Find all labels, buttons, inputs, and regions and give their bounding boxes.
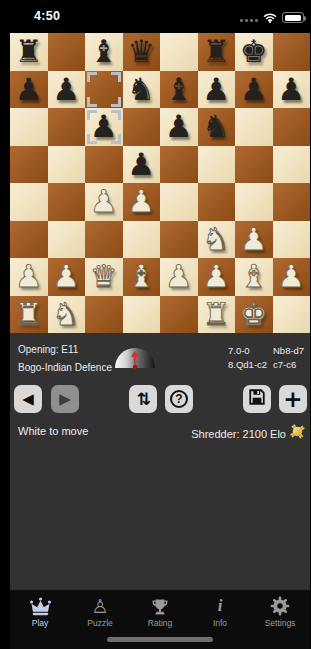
- square-g1[interactable]: ♚: [235, 296, 273, 334]
- square-e5[interactable]: [160, 146, 198, 184]
- cellular-signal-icon: [240, 13, 258, 23]
- forward-button[interactable]: ▶: [51, 385, 79, 413]
- battery-icon: [282, 12, 304, 23]
- tab-play[interactable]: Play: [10, 590, 70, 628]
- turn-indicator: White to move: [18, 425, 88, 437]
- square-g4[interactable]: [235, 183, 273, 221]
- gear-icon: [270, 596, 290, 616]
- piece-white-pawn[interactable]: ♟: [240, 221, 268, 258]
- square-h3[interactable]: [273, 221, 311, 259]
- square-h2[interactable]: ♟: [273, 258, 311, 296]
- square-g5[interactable]: [235, 146, 273, 184]
- square-a8[interactable]: ♜: [10, 33, 48, 71]
- square-d5[interactable]: ♟: [123, 146, 161, 184]
- last-move-highlight: [87, 72, 122, 107]
- square-d7[interactable]: ♞: [123, 71, 161, 109]
- square-b3[interactable]: [48, 221, 86, 259]
- right-arrow-icon: ▶: [59, 385, 71, 413]
- square-h1[interactable]: [273, 296, 311, 334]
- square-b4[interactable]: [48, 183, 86, 221]
- piece-white-knight[interactable]: ♞: [202, 221, 230, 258]
- plus-icon: +: [283, 386, 302, 412]
- square-b6[interactable]: [48, 108, 86, 146]
- piece-black-knight[interactable]: ♞: [202, 108, 230, 145]
- square-e3[interactable]: [160, 221, 198, 259]
- piece-black-pawn[interactable]: ♟: [240, 71, 268, 108]
- piece-white-knight[interactable]: ♞: [52, 296, 80, 333]
- phone-screen: 4:50 ♜♝♛♜♚♟♟♞♝♟♟♟♟♟♞♟♟♟♞♟♟♟♛♝♟♟♝♟♜♞♜♚ Op…: [10, 0, 310, 649]
- piece-black-pawn[interactable]: ♟: [277, 71, 305, 108]
- save-button[interactable]: [243, 385, 271, 413]
- trophy-icon: [150, 596, 170, 616]
- tab-label: Rating: [148, 618, 173, 628]
- info-icon: i: [218, 596, 223, 616]
- pawn-icon: ♙: [91, 596, 108, 616]
- piece-black-bishop[interactable]: ♝: [165, 71, 193, 108]
- square-c5[interactable]: [85, 146, 123, 184]
- clock: 4:50: [34, 9, 60, 23]
- square-e6[interactable]: ♟: [160, 108, 198, 146]
- square-f2[interactable]: ♟: [198, 258, 236, 296]
- new-game-button[interactable]: +: [279, 385, 307, 413]
- square-b1[interactable]: ♞: [48, 296, 86, 334]
- square-e2[interactable]: ♟: [160, 258, 198, 296]
- square-c3[interactable]: [85, 221, 123, 259]
- square-c6[interactable]: ♟: [85, 108, 123, 146]
- piece-white-pawn[interactable]: ♟: [277, 258, 305, 295]
- square-g8[interactable]: ♚: [235, 33, 273, 71]
- square-h8[interactable]: [273, 33, 311, 71]
- piece-white-pawn[interactable]: ♟: [90, 183, 118, 220]
- square-b8[interactable]: [48, 33, 86, 71]
- square-h7[interactable]: ♟: [273, 71, 311, 109]
- piece-black-rook[interactable]: ♜: [202, 33, 230, 70]
- floppy-disk-icon: [248, 388, 266, 410]
- piece-white-rook[interactable]: ♜: [15, 296, 43, 333]
- square-c1[interactable]: [85, 296, 123, 334]
- piece-black-king[interactable]: ♚: [240, 33, 268, 70]
- move-white: 7.0-0: [228, 344, 273, 357]
- square-d8[interactable]: ♛: [123, 33, 161, 71]
- evaluation-meter: [115, 348, 155, 368]
- piece-white-pawn[interactable]: ♟: [165, 258, 193, 295]
- square-b5[interactable]: [48, 146, 86, 184]
- wifi-icon: [263, 9, 277, 27]
- square-f1[interactable]: ♜: [198, 296, 236, 334]
- tab-label: Play: [32, 618, 49, 628]
- needle-pivot: [133, 365, 138, 370]
- square-e4[interactable]: [160, 183, 198, 221]
- square-g7[interactable]: ♟: [235, 71, 273, 109]
- crown-icon: [29, 596, 52, 616]
- piece-white-bishop[interactable]: ♝: [240, 258, 268, 295]
- square-c4[interactable]: ♟: [85, 183, 123, 221]
- piece-black-queen[interactable]: ♛: [127, 33, 155, 70]
- square-a3[interactable]: [10, 221, 48, 259]
- piece-black-pawn[interactable]: ♟: [15, 71, 43, 108]
- move-black: Nb8-d7: [273, 344, 304, 357]
- flip-sides-button[interactable]: ⇅: [129, 385, 157, 413]
- control-panel: Opening: E11 Bogo-Indian Defence 7.0-0Nb…: [10, 333, 310, 590]
- piece-black-bishop[interactable]: ♝: [90, 33, 118, 70]
- tab-label: Info: [213, 618, 227, 628]
- square-d3[interactable]: [123, 221, 161, 259]
- tab-label: Settings: [265, 618, 296, 628]
- square-d6[interactable]: [123, 108, 161, 146]
- left-arrow-icon: ◀: [22, 385, 34, 413]
- piece-white-pawn[interactable]: ♟: [52, 258, 80, 295]
- square-e7[interactable]: ♝: [160, 71, 198, 109]
- tab-label: Puzzle: [87, 618, 113, 628]
- square-h4[interactable]: [273, 183, 311, 221]
- square-d2[interactable]: ♝: [123, 258, 161, 296]
- up-down-arrows-icon: ⇅: [136, 389, 149, 409]
- tab-puzzle[interactable]: ♙Puzzle: [70, 590, 130, 628]
- opening-code: Opening: E11: [18, 343, 112, 356]
- square-d4[interactable]: ♟: [123, 183, 161, 221]
- square-f6[interactable]: ♞: [198, 108, 236, 146]
- square-g3[interactable]: ♟: [235, 221, 273, 259]
- home-indicator[interactable]: [107, 637, 213, 642]
- move-white: 8.Qd1-c2: [228, 358, 273, 371]
- piece-white-queen[interactable]: ♛: [90, 258, 118, 295]
- square-h6[interactable]: [273, 108, 311, 146]
- square-g6[interactable]: [235, 108, 273, 146]
- square-f5[interactable]: [198, 146, 236, 184]
- status-bar: 4:50: [10, 0, 310, 33]
- tab-rating[interactable]: Rating: [130, 590, 190, 628]
- piece-white-pawn[interactable]: ♟: [15, 258, 43, 295]
- square-a1[interactable]: ♜: [10, 296, 48, 334]
- square-a6[interactable]: [10, 108, 48, 146]
- square-a7[interactable]: ♟: [10, 71, 48, 109]
- piece-black-rook[interactable]: ♜: [15, 33, 43, 70]
- button-row: ◀▶⇅?+: [10, 385, 310, 413]
- chess-board: ♜♝♛♜♚♟♟♞♝♟♟♟♟♟♞♟♟♟♞♟♟♟♛♝♟♟♝♟♜♞♜♚: [10, 33, 310, 333]
- move-list: 7.0-0Nb8-d78.Qd1-c2c7-c6: [228, 344, 304, 371]
- square-f8[interactable]: ♜: [198, 33, 236, 71]
- square-d1[interactable]: [123, 296, 161, 334]
- square-e1[interactable]: [160, 296, 198, 334]
- piece-black-pawn[interactable]: ♟: [165, 108, 193, 145]
- piece-white-bishop[interactable]: ♝: [127, 258, 155, 295]
- square-b2[interactable]: ♟: [48, 258, 86, 296]
- tab-settings[interactable]: Settings: [250, 590, 310, 628]
- piece-black-pawn[interactable]: ♟: [90, 108, 118, 145]
- square-c2[interactable]: ♛: [85, 258, 123, 296]
- piece-black-pawn[interactable]: ♟: [52, 71, 80, 108]
- square-b7[interactable]: ♟: [48, 71, 86, 109]
- square-f4[interactable]: [198, 183, 236, 221]
- question-mark-icon: ?: [170, 390, 188, 408]
- piece-black-pawn[interactable]: ♟: [127, 146, 155, 183]
- square-a5[interactable]: [10, 146, 48, 184]
- piece-white-king[interactable]: ♚: [240, 296, 268, 333]
- piece-black-pawn[interactable]: ♟: [202, 71, 230, 108]
- sun-icon: [289, 423, 306, 444]
- square-f7[interactable]: ♟: [198, 71, 236, 109]
- square-c8[interactable]: ♝: [85, 33, 123, 71]
- square-a4[interactable]: [10, 183, 48, 221]
- piece-black-knight[interactable]: ♞: [127, 71, 155, 108]
- move-black: c7-c6: [273, 358, 304, 371]
- back-button[interactable]: ◀: [14, 385, 42, 413]
- piece-white-pawn[interactable]: ♟: [127, 183, 155, 220]
- square-e8[interactable]: [160, 33, 198, 71]
- square-h5[interactable]: [273, 146, 311, 184]
- square-a2[interactable]: ♟: [10, 258, 48, 296]
- square-c7[interactable]: [85, 71, 123, 109]
- tab-info[interactable]: iInfo: [190, 590, 250, 628]
- square-g2[interactable]: ♝: [235, 258, 273, 296]
- tab-bar: Play♙PuzzleRatingiInfoSettings: [10, 590, 310, 649]
- piece-white-rook[interactable]: ♜: [202, 296, 230, 333]
- hint-button[interactable]: ?: [165, 385, 193, 413]
- engine-strength-label: Shredder: 2100 Elo: [191, 428, 286, 440]
- opening-name: Bogo-Indian Defence: [18, 361, 112, 374]
- square-f3[interactable]: ♞: [198, 221, 236, 259]
- piece-white-pawn[interactable]: ♟: [202, 258, 230, 295]
